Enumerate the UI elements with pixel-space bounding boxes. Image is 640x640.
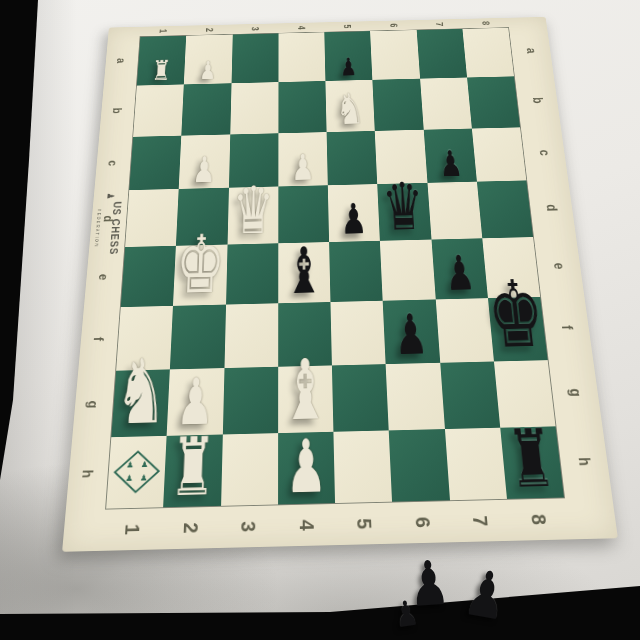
piece-white-rook-a1[interactable]: ♜ — [151, 57, 171, 84]
square-h7[interactable] — [444, 428, 506, 500]
us-chess-logo-subtitle: FEDERATION — [94, 209, 103, 248]
us-chess-corner-diamond-logo: ♟♟♟♟ — [114, 451, 161, 494]
chess-board: 12345678 12345678 abcdefgh abcdefgh ♟US … — [45, 0, 618, 552]
backdrop-left-strip — [0, 0, 44, 500]
rank-bottom-label-7: 7 — [457, 493, 505, 549]
piece-black-pawn-e7[interactable]: ♟ — [443, 251, 476, 297]
rank-bottom-label-5: 5 — [342, 496, 388, 552]
backdrop-bottom-strip — [0, 580, 640, 640]
square-b8[interactable] — [467, 76, 520, 128]
square-f7[interactable] — [435, 298, 493, 362]
rank-bottom-label-3: 3 — [226, 499, 270, 555]
square-g7[interactable] — [440, 361, 500, 429]
square-e6[interactable] — [380, 240, 435, 301]
square-a2[interactable]: ♟ — [184, 35, 232, 85]
square-e1[interactable] — [121, 246, 176, 307]
square-b1[interactable] — [133, 84, 184, 136]
square-f3[interactable] — [224, 303, 278, 368]
square-f6[interactable]: ♟ — [383, 299, 440, 363]
square-h6[interactable] — [389, 429, 450, 501]
square-a3[interactable] — [231, 33, 278, 83]
square-a5[interactable]: ♟ — [324, 31, 372, 81]
square-c1[interactable] — [129, 135, 181, 190]
board-border: 12345678 12345678 abcdefgh abcdefgh ♟US … — [62, 17, 618, 552]
square-g1[interactable]: ♞ — [111, 369, 170, 437]
piece-black-king-f8[interactable]: ♚ — [484, 271, 548, 360]
square-e3[interactable] — [226, 243, 278, 304]
piece-black-queen-d6[interactable]: ♛ — [382, 176, 427, 239]
square-b7[interactable] — [420, 77, 472, 129]
piece-white-pawn-a2[interactable]: ♟ — [199, 59, 216, 83]
square-e7[interactable]: ♟ — [431, 238, 488, 299]
piece-white-knight-b5[interactable]: ♞ — [335, 89, 365, 130]
square-d7[interactable] — [427, 182, 482, 240]
square-h2[interactable]: ♜ — [163, 435, 222, 508]
square-h3[interactable] — [221, 433, 278, 506]
piece-white-pawn-h4[interactable]: ♟ — [285, 432, 327, 503]
square-e4[interactable]: ♝ — [278, 242, 330, 303]
square-b3[interactable] — [230, 82, 278, 134]
piece-black-pawn-d5[interactable]: ♟ — [340, 200, 368, 240]
square-c4[interactable]: ♟ — [278, 132, 328, 187]
square-c5[interactable] — [327, 131, 378, 186]
square-a7[interactable] — [416, 29, 467, 79]
square-c2[interactable]: ♟ — [179, 134, 230, 189]
piece-white-pawn-c4[interactable]: ♟ — [291, 151, 314, 185]
square-d8[interactable] — [477, 181, 533, 239]
square-c7[interactable]: ♟ — [423, 128, 476, 183]
corner-logo-pawn-icon: ♟ — [136, 471, 151, 485]
us-chess-logo-title: US CHESS — [107, 201, 124, 255]
square-g3[interactable] — [222, 366, 278, 434]
rank-bottom-label-1: 1 — [109, 502, 156, 558]
square-a6[interactable] — [370, 30, 419, 80]
corner-logo-pawn-icon: ♟ — [137, 458, 152, 472]
square-d5[interactable]: ♟ — [328, 184, 380, 242]
square-d6[interactable]: ♛ — [377, 183, 431, 241]
square-h1[interactable]: ♟♟♟♟ — [106, 436, 167, 509]
square-a1[interactable]: ♜ — [137, 36, 187, 86]
square-a4[interactable] — [278, 32, 325, 82]
us-chess-pawn-mark-icon: ♟ — [105, 193, 117, 200]
square-g4[interactable]: ♝ — [278, 365, 334, 433]
square-b5[interactable]: ♞ — [325, 80, 375, 132]
square-b6[interactable] — [373, 78, 424, 130]
square-f2[interactable] — [170, 304, 226, 369]
corner-logo-pawn-icon: ♟ — [122, 472, 137, 486]
us-chess-edge-logo: ♟US CHESSFEDERATION — [94, 192, 127, 218]
square-e2[interactable]: ♚ — [173, 245, 227, 306]
square-e5[interactable] — [329, 241, 383, 302]
square-d1[interactable] — [125, 189, 179, 247]
square-f5[interactable] — [330, 301, 385, 365]
piece-black-pawn-f6[interactable]: ♟ — [393, 308, 429, 362]
square-f8[interactable]: ♚ — [488, 297, 548, 361]
square-g6[interactable] — [386, 362, 445, 430]
piece-black-pawn-c7[interactable]: ♟ — [438, 147, 464, 181]
piece-white-rook-h2[interactable]: ♜ — [169, 428, 217, 505]
piece-white-king-e2[interactable]: ♚ — [175, 227, 227, 304]
corner-logo-pawn-icon: ♟ — [122, 458, 137, 472]
piece-black-pawn-a5[interactable]: ♟ — [340, 55, 357, 79]
rank-bottom-label-6: 6 — [399, 495, 446, 551]
captured-black-pawn[interactable]: ♟ — [393, 595, 421, 633]
square-b2[interactable] — [182, 83, 232, 135]
square-h8[interactable]: ♜ — [500, 427, 564, 499]
piece-white-pawn-c2[interactable]: ♟ — [192, 153, 216, 187]
board-grid: ♜♟♟♞♟♟♟♛♟♛♚♝♟♟♚♞♟♝♟♟♟♟♜♟♜ — [105, 27, 565, 509]
square-d3[interactable]: ♛ — [227, 187, 278, 245]
piece-white-queen-d3[interactable]: ♛ — [232, 180, 274, 243]
square-h5[interactable] — [333, 431, 392, 503]
piece-black-bishop-e4[interactable]: ♝ — [284, 240, 324, 301]
piece-black-rook-h8[interactable]: ♜ — [505, 420, 558, 497]
piece-white-knight-g1[interactable]: ♞ — [113, 349, 170, 435]
square-h4[interactable]: ♟ — [278, 432, 335, 504]
square-a8[interactable] — [462, 28, 514, 78]
photo-scene: 12345678 12345678 abcdefgh abcdefgh ♟US … — [0, 0, 640, 640]
square-c8[interactable] — [472, 127, 527, 182]
square-b4[interactable] — [278, 81, 326, 133]
piece-white-bishop-g4[interactable]: ♝ — [281, 351, 330, 431]
square-g5[interactable] — [332, 364, 389, 432]
